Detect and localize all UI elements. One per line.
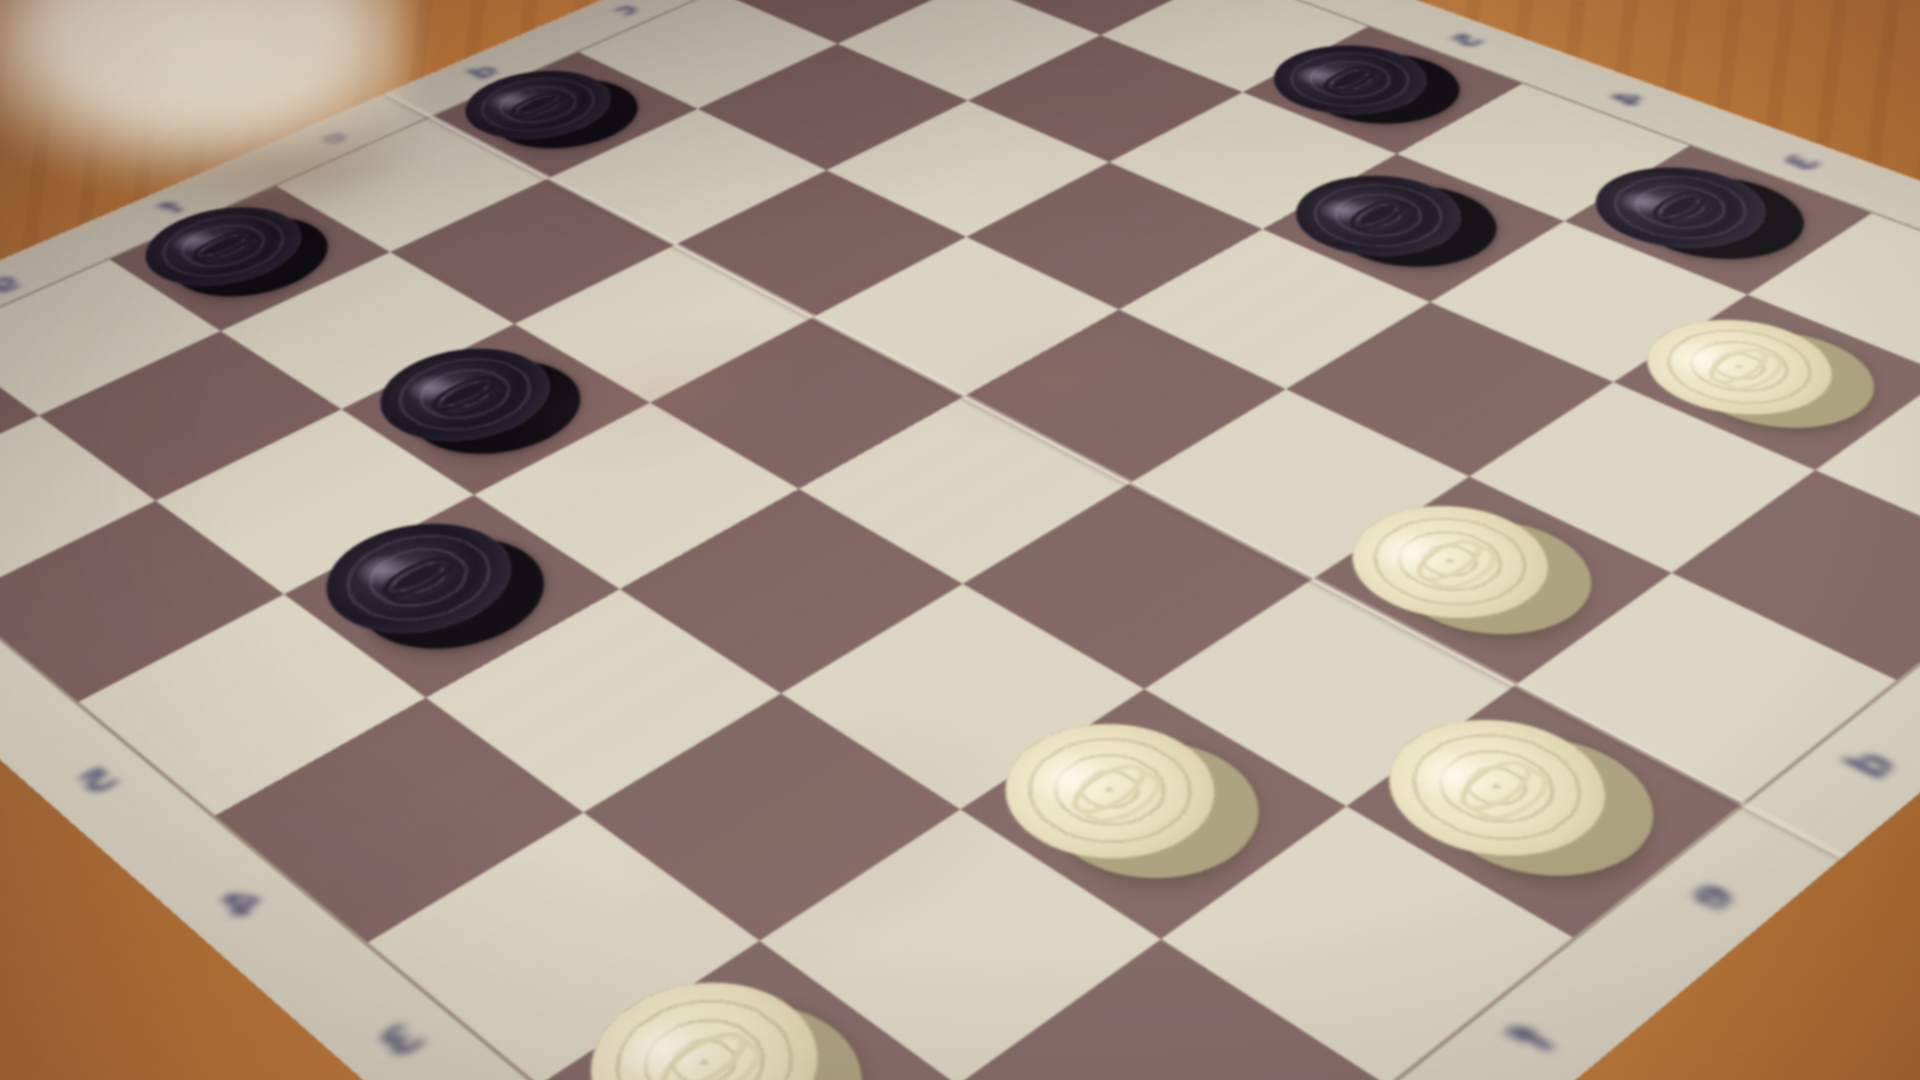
- black-draughts-man-glyph: ⛂: [1614, 176, 1746, 238]
- black-draughts-man-glyph: ⛂: [1314, 184, 1443, 246]
- black-draughts-man-glyph: ⛂: [165, 216, 282, 277]
- white-draughts-man-glyph: ⛀: [1028, 738, 1191, 843]
- white-draughts-man-glyph: ⛀: [1667, 330, 1811, 403]
- white-draughts-man-glyph: ⛀: [617, 1000, 792, 1080]
- black-draughts-man-glyph: ⛂: [1290, 53, 1409, 106]
- black-draughts-man-glyph: ⛂: [401, 359, 530, 431]
- white-draughts-man-glyph: ⛀: [1412, 734, 1581, 840]
- scene: ⛂⛂⛂⛂⛂⛂⛂⛀⛀⛀⛀⛀ aabbccddeeffgghh88776655443…: [0, 0, 1920, 1080]
- black-draughts-man-glyph: ⛂: [483, 78, 594, 131]
- black-draughts-man-glyph: ⛂: [349, 535, 489, 620]
- checkers-photo-screenshot: { "game": "checkers", "board": { "size":…: [0, 0, 1920, 1080]
- white-draughts-man-glyph: ⛀: [1373, 518, 1526, 605]
- out-of-focus-object: [0, 0, 410, 190]
